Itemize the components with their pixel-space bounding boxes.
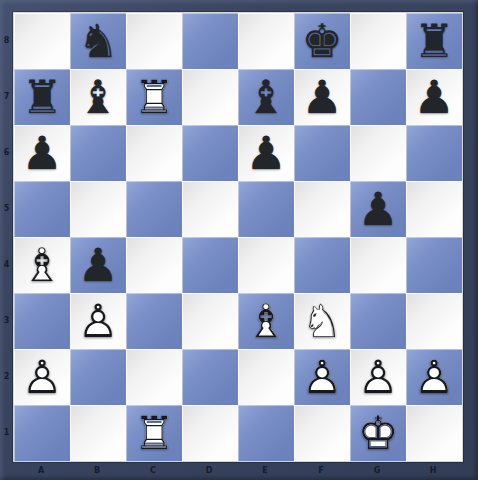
file-label-f: F <box>293 462 349 478</box>
square-d5[interactable] <box>182 181 238 237</box>
square-f8[interactable]: ♚ <box>294 13 350 69</box>
square-c3[interactable] <box>126 293 182 349</box>
piece-outline-layer: ♙ <box>406 349 462 405</box>
square-g3[interactable] <box>350 293 406 349</box>
piece-white-pawn[interactable]: ♟♙ <box>350 349 406 405</box>
square-b6[interactable] <box>70 125 126 181</box>
square-f6[interactable] <box>294 125 350 181</box>
square-g5[interactable]: ♟ <box>350 181 406 237</box>
square-c7[interactable]: ♜♖ <box>126 69 182 125</box>
file-labels: ABCDEFGH <box>13 462 461 478</box>
square-c2[interactable] <box>126 349 182 405</box>
piece-outline-layer: ♗ <box>238 293 294 349</box>
file-label-d: D <box>181 462 237 478</box>
square-f2[interactable]: ♟♙ <box>294 349 350 405</box>
square-g7[interactable] <box>350 69 406 125</box>
piece-white-king[interactable]: ♚♔ <box>350 405 406 461</box>
file-label-b: B <box>69 462 125 478</box>
piece-outline-layer: ♖ <box>126 405 182 461</box>
square-a1[interactable] <box>14 405 70 461</box>
piece-black-rook[interactable]: ♜ <box>406 13 462 69</box>
square-h3[interactable] <box>406 293 462 349</box>
square-b7[interactable]: ♝ <box>70 69 126 125</box>
piece-white-pawn[interactable]: ♟♙ <box>294 349 350 405</box>
piece-black-pawn[interactable]: ♟ <box>406 69 462 125</box>
square-c6[interactable] <box>126 125 182 181</box>
piece-white-bishop[interactable]: ♝♗ <box>14 237 70 293</box>
square-e1[interactable] <box>238 405 294 461</box>
piece-outline-layer: ♙ <box>350 349 406 405</box>
square-d7[interactable] <box>182 69 238 125</box>
square-e7[interactable]: ♝ <box>238 69 294 125</box>
square-e5[interactable] <box>238 181 294 237</box>
square-d6[interactable] <box>182 125 238 181</box>
square-a8[interactable] <box>14 13 70 69</box>
piece-black-pawn[interactable]: ♟ <box>350 181 406 237</box>
square-g1[interactable]: ♚♔ <box>350 405 406 461</box>
square-b4[interactable]: ♟ <box>70 237 126 293</box>
file-label-c: C <box>125 462 181 478</box>
piece-white-rook[interactable]: ♜♖ <box>126 69 182 125</box>
square-h5[interactable] <box>406 181 462 237</box>
rank-label-4: 4 <box>0 236 13 292</box>
square-e8[interactable] <box>238 13 294 69</box>
square-h7[interactable]: ♟ <box>406 69 462 125</box>
chess-board: ♞♚♜♜♝♜♖♝♟♟♟♟♟♝♗♟♟♙♝♗♞♘♟♙♟♙♟♙♟♙♜♖♚♔ <box>13 12 463 462</box>
square-h4[interactable] <box>406 237 462 293</box>
square-b5[interactable] <box>70 181 126 237</box>
square-d1[interactable] <box>182 405 238 461</box>
piece-white-pawn[interactable]: ♟♙ <box>406 349 462 405</box>
rank-label-6: 6 <box>0 124 13 180</box>
piece-black-rook[interactable]: ♜ <box>14 69 70 125</box>
piece-black-pawn[interactable]: ♟ <box>70 237 126 293</box>
square-c5[interactable] <box>126 181 182 237</box>
square-c8[interactable] <box>126 13 182 69</box>
square-d2[interactable] <box>182 349 238 405</box>
square-c1[interactable]: ♜♖ <box>126 405 182 461</box>
square-b1[interactable] <box>70 405 126 461</box>
square-b3[interactable]: ♟♙ <box>70 293 126 349</box>
piece-outline-layer: ♔ <box>350 405 406 461</box>
piece-white-pawn[interactable]: ♟♙ <box>14 349 70 405</box>
square-a6[interactable]: ♟ <box>14 125 70 181</box>
piece-outline-layer: ♙ <box>294 349 350 405</box>
rank-labels: 87654321 <box>0 12 13 460</box>
square-h8[interactable]: ♜ <box>406 13 462 69</box>
square-g6[interactable] <box>350 125 406 181</box>
rank-label-1: 1 <box>0 404 13 460</box>
square-b8[interactable]: ♞ <box>70 13 126 69</box>
square-h2[interactable]: ♟♙ <box>406 349 462 405</box>
square-d3[interactable] <box>182 293 238 349</box>
piece-outline-layer: ♙ <box>14 349 70 405</box>
piece-white-rook[interactable]: ♜♖ <box>126 405 182 461</box>
rank-label-7: 7 <box>0 68 13 124</box>
piece-black-pawn[interactable]: ♟ <box>294 69 350 125</box>
rank-label-5: 5 <box>0 180 13 236</box>
piece-white-pawn[interactable]: ♟♙ <box>70 293 126 349</box>
file-label-a: A <box>13 462 69 478</box>
piece-outline-layer: ♖ <box>126 69 182 125</box>
piece-black-king[interactable]: ♚ <box>294 13 350 69</box>
rank-label-3: 3 <box>0 292 13 348</box>
square-a3[interactable] <box>14 293 70 349</box>
piece-black-pawn[interactable]: ♟ <box>238 125 294 181</box>
piece-black-knight[interactable]: ♞ <box>70 13 126 69</box>
square-b2[interactable] <box>70 349 126 405</box>
rank-label-8: 8 <box>0 12 13 68</box>
square-d4[interactable] <box>182 237 238 293</box>
square-d8[interactable] <box>182 13 238 69</box>
square-f4[interactable] <box>294 237 350 293</box>
square-h1[interactable] <box>406 405 462 461</box>
square-g4[interactable] <box>350 237 406 293</box>
square-e6[interactable]: ♟ <box>238 125 294 181</box>
rank-label-2: 2 <box>0 348 13 404</box>
square-f1[interactable] <box>294 405 350 461</box>
piece-black-bishop[interactable]: ♝ <box>70 69 126 125</box>
piece-outline-layer: ♘ <box>294 293 350 349</box>
square-f5[interactable] <box>294 181 350 237</box>
piece-white-bishop[interactable]: ♝♗ <box>238 293 294 349</box>
square-f3[interactable]: ♞♘ <box>294 293 350 349</box>
square-a2[interactable]: ♟♙ <box>14 349 70 405</box>
piece-black-bishop[interactable]: ♝ <box>238 69 294 125</box>
chess-board-widget: 87654321 ♞♚♜♜♝♜♖♝♟♟♟♟♟♝♗♟♟♙♝♗♞♘♟♙♟♙♟♙♟♙♜… <box>0 0 478 480</box>
file-label-h: H <box>405 462 461 478</box>
file-label-e: E <box>237 462 293 478</box>
piece-outline-layer: ♙ <box>70 293 126 349</box>
square-a7[interactable]: ♜ <box>14 69 70 125</box>
square-g8[interactable] <box>350 13 406 69</box>
square-h6[interactable] <box>406 125 462 181</box>
square-e2[interactable] <box>238 349 294 405</box>
piece-outline-layer: ♗ <box>14 237 70 293</box>
file-label-g: G <box>349 462 405 478</box>
square-e4[interactable] <box>238 237 294 293</box>
square-g2[interactable]: ♟♙ <box>350 349 406 405</box>
square-e3[interactable]: ♝♗ <box>238 293 294 349</box>
square-f7[interactable]: ♟ <box>294 69 350 125</box>
square-a5[interactable] <box>14 181 70 237</box>
piece-black-pawn[interactable]: ♟ <box>14 125 70 181</box>
square-c4[interactable] <box>126 237 182 293</box>
piece-white-knight[interactable]: ♞♘ <box>294 293 350 349</box>
square-a4[interactable]: ♝♗ <box>14 237 70 293</box>
